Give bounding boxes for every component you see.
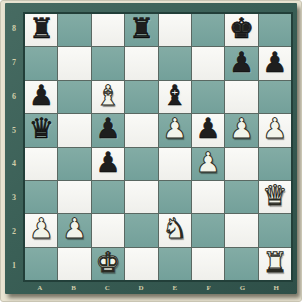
square-f5[interactable]: ♟ [192,114,224,146]
square-e2[interactable]: ♞ [159,214,191,246]
chess-board-frame: 87654321 ABCDEFGH ♜♜♚♟♟♟♝♝♛♟♟♟♟♟♟♟♛♟♟♞♚♜ [5,3,297,294]
black-pawn-c5: ♟ [95,115,120,143]
square-h4[interactable] [259,148,291,180]
file-label-f: F [192,282,226,294]
black-pawn-a6: ♟ [29,82,54,110]
square-f1[interactable] [192,248,224,280]
file-label-h: H [259,282,293,294]
file-label-e: E [158,282,192,294]
square-g7[interactable]: ♟ [225,47,257,79]
chess-board: ♜♜♚♟♟♟♝♝♛♟♟♟♟♟♟♟♛♟♟♞♚♜ [23,12,293,282]
file-label-g: G [226,282,260,294]
square-b1[interactable] [58,248,90,280]
square-b5[interactable] [58,114,90,146]
square-c7[interactable] [92,47,124,79]
square-g5[interactable]: ♟ [225,114,257,146]
black-rook-a8: ♜ [29,15,54,43]
page-background: 87654321 ABCDEFGH ♜♜♚♟♟♟♝♝♛♟♟♟♟♟♟♟♛♟♟♞♚♜ [0,0,302,302]
black-pawn-g7: ♟ [229,49,254,77]
square-a4[interactable] [25,148,57,180]
white-pawn-b2: ♟ [62,215,87,243]
square-h7[interactable]: ♟ [259,47,291,79]
rank-label-3: 3 [5,181,23,215]
square-b2[interactable]: ♟ [58,214,90,246]
file-label-b: B [57,282,91,294]
square-a5[interactable]: ♛ [25,114,57,146]
square-h3[interactable]: ♛ [259,181,291,213]
square-a6[interactable]: ♟ [25,81,57,113]
square-d4[interactable] [125,148,157,180]
square-e1[interactable] [159,248,191,280]
square-e5[interactable]: ♟ [159,114,191,146]
file-label-c: C [91,282,125,294]
white-queen-h3: ♛ [262,182,287,210]
square-f2[interactable] [192,214,224,246]
black-bishop-e6: ♝ [162,82,187,110]
white-bishop-c6: ♝ [95,82,120,110]
square-f7[interactable] [192,47,224,79]
square-d2[interactable] [125,214,157,246]
square-h6[interactable] [259,81,291,113]
black-king-g8: ♚ [229,15,254,43]
white-pawn-h5: ♟ [262,115,287,143]
rank-label-4: 4 [5,147,23,181]
square-f3[interactable] [192,181,224,213]
white-pawn-a2: ♟ [29,215,54,243]
square-c2[interactable] [92,214,124,246]
black-pawn-c4: ♟ [95,149,120,177]
square-h5[interactable]: ♟ [259,114,291,146]
square-a3[interactable] [25,181,57,213]
square-g3[interactable] [225,181,257,213]
square-c8[interactable] [92,14,124,46]
square-d8[interactable]: ♜ [125,14,157,46]
rank-labels: 87654321 [5,12,23,282]
rank-label-5: 5 [5,113,23,147]
file-label-a: A [23,282,57,294]
square-d6[interactable] [125,81,157,113]
square-d5[interactable] [125,114,157,146]
white-pawn-f4: ♟ [196,149,221,177]
square-a8[interactable]: ♜ [25,14,57,46]
square-g6[interactable] [225,81,257,113]
square-g2[interactable] [225,214,257,246]
square-e7[interactable] [159,47,191,79]
square-e6[interactable]: ♝ [159,81,191,113]
file-label-d: D [124,282,158,294]
square-g4[interactable] [225,148,257,180]
rank-label-7: 7 [5,46,23,80]
square-h8[interactable] [259,14,291,46]
square-h2[interactable] [259,214,291,246]
rank-label-2: 2 [5,215,23,249]
square-e4[interactable] [159,148,191,180]
white-pawn-g5: ♟ [229,115,254,143]
square-f6[interactable] [192,81,224,113]
square-h1[interactable]: ♜ [259,248,291,280]
white-pawn-e5: ♟ [162,115,187,143]
square-c4[interactable]: ♟ [92,148,124,180]
square-c3[interactable] [92,181,124,213]
rank-label-8: 8 [5,12,23,46]
square-f8[interactable] [192,14,224,46]
square-c5[interactable]: ♟ [92,114,124,146]
square-e8[interactable] [159,14,191,46]
black-rook-d8: ♜ [129,15,154,43]
square-b4[interactable] [58,148,90,180]
square-f4[interactable]: ♟ [192,148,224,180]
rank-label-1: 1 [5,248,23,282]
white-knight-e2: ♞ [162,215,187,243]
square-g8[interactable]: ♚ [225,14,257,46]
black-pawn-h7: ♟ [262,49,287,77]
square-b3[interactable] [58,181,90,213]
white-king-c1: ♚ [95,249,120,277]
square-b6[interactable] [58,81,90,113]
square-c1[interactable]: ♚ [92,248,124,280]
square-d1[interactable] [125,248,157,280]
white-rook-h1: ♜ [262,249,287,277]
square-b7[interactable] [58,47,90,79]
square-a2[interactable]: ♟ [25,214,57,246]
square-a1[interactable] [25,248,57,280]
black-pawn-f5: ♟ [196,115,221,143]
file-labels: ABCDEFGH [23,282,293,294]
square-d3[interactable] [125,181,157,213]
square-d7[interactable] [125,47,157,79]
square-e3[interactable] [159,181,191,213]
square-a7[interactable] [25,47,57,79]
square-c6[interactable]: ♝ [92,81,124,113]
rank-label-6: 6 [5,80,23,114]
square-g1[interactable] [225,248,257,280]
black-queen-a5: ♛ [29,115,54,143]
square-b8[interactable] [58,14,90,46]
